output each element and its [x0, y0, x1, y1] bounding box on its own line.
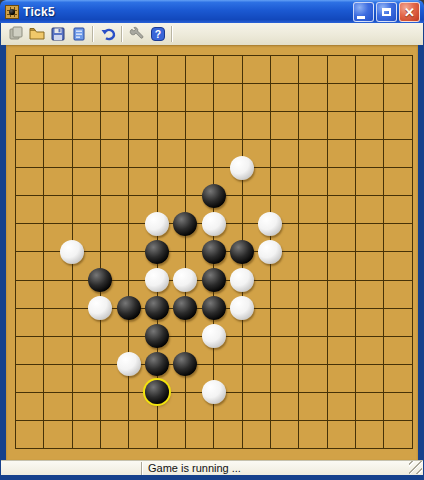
black-stone: [145, 324, 169, 348]
help-button[interactable]: ?: [147, 24, 168, 44]
white-stone: [230, 156, 254, 180]
black-stone: [145, 296, 169, 320]
window-title: Tick5: [23, 5, 55, 19]
svg-text:?: ?: [154, 28, 160, 40]
board-grid: [15, 55, 413, 449]
toolbar-separator: [92, 26, 94, 42]
open-folder-icon: [29, 26, 45, 42]
copy-button[interactable]: [68, 24, 89, 44]
new-game-button[interactable]: [5, 24, 26, 44]
black-stone: [202, 184, 226, 208]
undo-arrow-icon: [100, 26, 116, 42]
toolbar: ?: [1, 23, 423, 45]
minimize-icon: [357, 16, 365, 19]
title-bar[interactable]: Tick5 ✕: [0, 0, 424, 23]
white-stone: [258, 240, 282, 264]
status-text: Game is running ...: [148, 462, 241, 475]
black-stone: [173, 212, 197, 236]
black-stone: [230, 240, 254, 264]
close-button[interactable]: ✕: [399, 2, 420, 22]
white-stone: [202, 212, 226, 236]
undo-button[interactable]: [97, 24, 118, 44]
resize-grip[interactable]: [409, 461, 422, 474]
black-stone: [173, 352, 197, 376]
white-stone: [60, 240, 84, 264]
last-move-black-stone: [145, 380, 169, 404]
white-stone: [230, 296, 254, 320]
save-floppy-icon: [50, 26, 66, 42]
copy-page-icon: [71, 26, 87, 42]
save-button[interactable]: [47, 24, 68, 44]
white-stone: [202, 380, 226, 404]
status-bar: Game is running ...: [1, 460, 423, 475]
options-button[interactable]: [126, 24, 147, 44]
wrench-icon: [129, 26, 145, 42]
toolbar-separator: [121, 26, 123, 42]
new-game-icon: [8, 26, 24, 42]
white-stone: [258, 212, 282, 236]
window-bottom-border: [0, 475, 424, 480]
maximize-icon: [382, 8, 391, 16]
close-icon: ✕: [404, 6, 415, 19]
help-icon: ?: [150, 26, 166, 42]
toolbar-separator: [171, 26, 173, 42]
white-stone: [88, 296, 112, 320]
white-stone: [230, 268, 254, 292]
minimize-button[interactable]: [353, 2, 374, 22]
black-stone: [88, 268, 112, 292]
app-window: Tick5 ✕: [0, 0, 424, 480]
black-stone: [202, 268, 226, 292]
board-panel[interactable]: [6, 45, 418, 460]
black-stone: [202, 240, 226, 264]
black-stone: [145, 240, 169, 264]
black-stone: [145, 352, 169, 376]
white-stone: [173, 268, 197, 292]
white-stone: [202, 324, 226, 348]
maximize-button[interactable]: [376, 2, 397, 22]
open-button[interactable]: [26, 24, 47, 44]
white-stone: [145, 268, 169, 292]
white-stone: [117, 352, 141, 376]
black-stone: [173, 296, 197, 320]
white-stone: [145, 212, 169, 236]
app-icon: [5, 5, 19, 19]
status-separator: [141, 462, 143, 475]
black-stone: [117, 296, 141, 320]
black-stone: [202, 296, 226, 320]
